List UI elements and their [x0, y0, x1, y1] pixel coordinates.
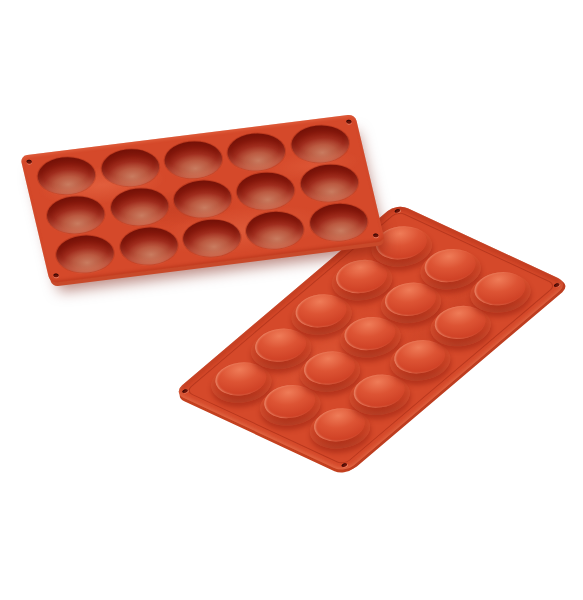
mold-cavity — [161, 138, 226, 181]
product-photo — [0, 0, 583, 600]
mold-cavity — [296, 161, 361, 204]
corner-hole — [553, 283, 560, 288]
mold-cavity — [179, 216, 244, 259]
mold-cavity — [170, 177, 235, 220]
mold-cavity — [287, 122, 352, 165]
mold-cavity — [34, 154, 99, 197]
mold-cavity — [43, 193, 108, 236]
corner-hole — [341, 463, 348, 468]
mold-cavity — [116, 224, 181, 267]
mold-cavity — [224, 130, 289, 173]
cavity-grid — [30, 120, 374, 277]
corner-hole — [181, 389, 188, 394]
mold-cavity — [233, 169, 298, 212]
corner-hole — [346, 120, 352, 124]
mold-cavity — [306, 200, 371, 243]
mold-cavity — [97, 146, 162, 189]
mold-cavity — [52, 232, 117, 275]
mold-cavity — [242, 208, 307, 251]
corner-hole — [373, 233, 379, 237]
corner-hole — [394, 208, 401, 213]
silicone-mold-face-up — [20, 114, 385, 283]
mold-cavity — [106, 185, 171, 228]
